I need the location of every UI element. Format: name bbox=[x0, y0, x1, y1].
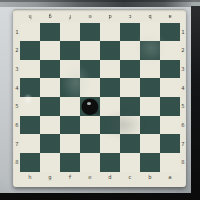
square-b6[interactable] bbox=[140, 116, 160, 135]
square-a1[interactable] bbox=[160, 23, 180, 42]
square-e5[interactable]: ● bbox=[80, 97, 100, 116]
square-h4[interactable] bbox=[20, 78, 40, 97]
square-f6[interactable] bbox=[60, 116, 80, 135]
square-f4[interactable] bbox=[60, 78, 80, 97]
coordinate-label: 4 bbox=[180, 78, 186, 97]
coordinate-label: c bbox=[120, 12, 140, 21]
square-a7[interactable] bbox=[160, 134, 180, 153]
square-c6[interactable] bbox=[120, 116, 140, 135]
square-c7[interactable] bbox=[120, 134, 140, 153]
coordinate-label: c bbox=[120, 173, 140, 182]
board-grid: ● bbox=[20, 23, 180, 172]
square-e2[interactable] bbox=[80, 41, 100, 60]
square-h6[interactable] bbox=[20, 116, 40, 135]
square-c5[interactable] bbox=[120, 97, 140, 116]
square-f8[interactable] bbox=[60, 153, 80, 172]
coordinate-label: g bbox=[40, 173, 60, 182]
coordinate-label: 2 bbox=[180, 41, 186, 60]
square-a6[interactable] bbox=[160, 116, 180, 135]
coordinate-label: e bbox=[80, 173, 100, 182]
square-a8[interactable] bbox=[160, 153, 180, 172]
square-c4[interactable] bbox=[120, 78, 140, 97]
square-b7[interactable] bbox=[140, 134, 160, 153]
square-h3[interactable] bbox=[20, 60, 40, 79]
ranks-right: 12345678 bbox=[180, 23, 186, 172]
square-d6[interactable] bbox=[100, 116, 120, 135]
coordinate-label: f bbox=[60, 173, 80, 182]
square-d4[interactable] bbox=[100, 78, 120, 97]
dark-wall-right bbox=[191, 6, 200, 200]
square-b2[interactable] bbox=[140, 41, 160, 60]
files-top: abcdefgh bbox=[20, 12, 180, 21]
square-f5[interactable] bbox=[60, 97, 80, 116]
square-b1[interactable] bbox=[140, 23, 160, 42]
piece-highlight bbox=[87, 102, 91, 105]
chess-board-mat: abcdefgh hgfedcba 12345678 12345678 ● bbox=[13, 9, 186, 187]
coordinate-label: d bbox=[100, 12, 120, 21]
square-h8[interactable] bbox=[20, 153, 40, 172]
square-e6[interactable] bbox=[80, 116, 100, 135]
files-bottom: hgfedcba bbox=[20, 173, 180, 182]
coordinate-label: f bbox=[60, 12, 80, 21]
coordinate-label: 8 bbox=[180, 153, 186, 172]
coordinate-label: 7 bbox=[180, 134, 186, 153]
coordinate-label: d bbox=[100, 173, 120, 182]
square-f7[interactable] bbox=[60, 134, 80, 153]
square-e7[interactable] bbox=[80, 134, 100, 153]
photo-scene: abcdefgh hgfedcba 12345678 12345678 ● bbox=[0, 0, 200, 200]
square-e3[interactable] bbox=[80, 60, 100, 79]
square-g5[interactable] bbox=[40, 97, 60, 116]
coordinate-label: b bbox=[140, 173, 160, 182]
square-e8[interactable] bbox=[80, 153, 100, 172]
square-g4[interactable] bbox=[40, 78, 60, 97]
square-f1[interactable] bbox=[60, 23, 80, 42]
coordinate-label: h bbox=[20, 12, 40, 21]
square-a2[interactable] bbox=[160, 41, 180, 60]
coordinate-label: 3 bbox=[180, 60, 186, 79]
square-h1[interactable] bbox=[20, 23, 40, 42]
square-a4[interactable] bbox=[160, 78, 180, 97]
coordinate-label: a bbox=[160, 173, 180, 182]
square-c1[interactable] bbox=[120, 23, 140, 42]
coordinate-label: 5 bbox=[180, 97, 186, 116]
square-c3[interactable] bbox=[120, 60, 140, 79]
square-e1[interactable] bbox=[80, 23, 100, 42]
square-g3[interactable] bbox=[40, 60, 60, 79]
square-b5[interactable] bbox=[140, 97, 160, 116]
coordinate-label: g bbox=[40, 12, 60, 21]
square-d8[interactable] bbox=[100, 153, 120, 172]
square-b4[interactable] bbox=[140, 78, 160, 97]
square-d7[interactable] bbox=[100, 134, 120, 153]
piece-glyph: ● bbox=[81, 95, 99, 116]
square-b8[interactable] bbox=[140, 153, 160, 172]
dark-wall-bottom bbox=[0, 193, 200, 200]
square-h7[interactable] bbox=[20, 134, 40, 153]
square-h5[interactable] bbox=[20, 97, 40, 116]
coordinate-label: a bbox=[160, 12, 180, 21]
square-c8[interactable] bbox=[120, 153, 140, 172]
square-f2[interactable] bbox=[60, 41, 80, 60]
square-a3[interactable] bbox=[160, 60, 180, 79]
coordinate-label: 6 bbox=[180, 116, 186, 135]
square-h2[interactable] bbox=[20, 41, 40, 60]
square-f3[interactable] bbox=[60, 60, 80, 79]
square-a5[interactable] bbox=[160, 97, 180, 116]
square-d5[interactable] bbox=[100, 97, 120, 116]
square-g6[interactable] bbox=[40, 116, 60, 135]
coordinate-label: 1 bbox=[180, 23, 186, 42]
square-g7[interactable] bbox=[40, 134, 60, 153]
coordinate-label: h bbox=[20, 173, 40, 182]
square-b3[interactable] bbox=[140, 60, 160, 79]
coordinate-label: b bbox=[140, 12, 160, 21]
square-g8[interactable] bbox=[40, 153, 60, 172]
square-d2[interactable] bbox=[100, 41, 120, 60]
square-g2[interactable] bbox=[40, 41, 60, 60]
square-g1[interactable] bbox=[40, 23, 60, 42]
square-d3[interactable] bbox=[100, 60, 120, 79]
square-c2[interactable] bbox=[120, 41, 140, 60]
square-d1[interactable] bbox=[100, 23, 120, 42]
black-pawn[interactable]: ● bbox=[80, 97, 100, 116]
coordinate-label: e bbox=[80, 12, 100, 21]
